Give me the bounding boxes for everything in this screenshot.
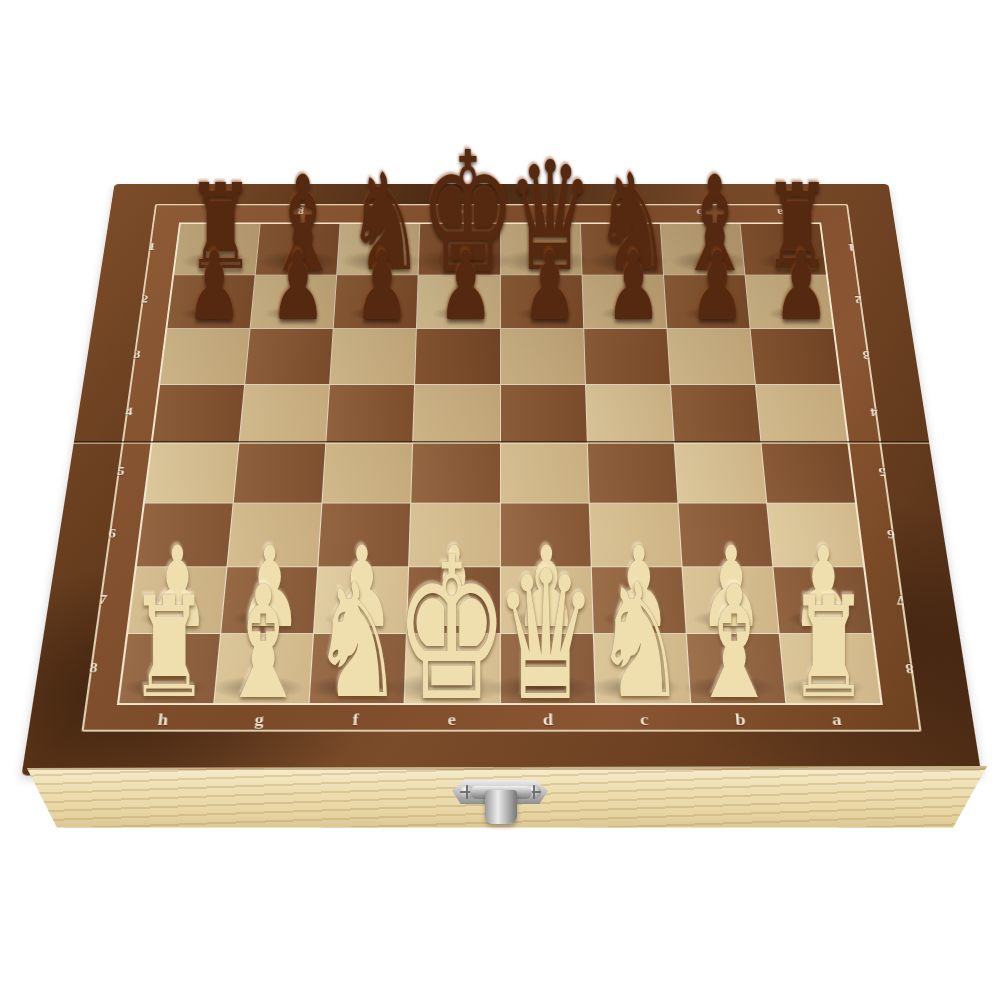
piece-dark-pawn-c2[interactable]: ♟ (606, 239, 662, 335)
square-a4[interactable] (756, 385, 847, 443)
square-c4[interactable] (586, 385, 674, 443)
square-e5[interactable] (412, 443, 500, 503)
square-b4[interactable] (671, 385, 761, 443)
square-d4[interactable] (501, 385, 587, 443)
piece-dark-pawn-f2[interactable]: ♟ (354, 239, 410, 335)
square-g5[interactable] (234, 443, 326, 503)
piece-light-knight-c8[interactable]: ♞ (594, 563, 686, 722)
product-photo-scene: 1122334455667788hhggffeeddccbbaa ♜♝♞♚♛♞♝… (0, 0, 1001, 1001)
square-h5[interactable] (145, 443, 239, 503)
piece-light-rook-a8[interactable]: ♜ (788, 578, 869, 718)
piece-dark-pawn-b2[interactable]: ♟ (690, 239, 746, 335)
piece-light-rook-h8[interactable]: ♜ (129, 578, 210, 718)
piece-dark-pawn-e2[interactable]: ♟ (438, 239, 494, 335)
piece-dark-pawn-d2[interactable]: ♟ (522, 239, 578, 335)
piece-dark-pawn-g2[interactable]: ♟ (270, 239, 326, 335)
piece-light-bishop-g8[interactable]: ♝ (218, 565, 308, 721)
piece-light-queen-d8[interactable]: ♛ (494, 547, 597, 726)
square-h4[interactable] (153, 385, 244, 443)
square-f5[interactable] (323, 443, 413, 503)
square-f4[interactable] (327, 385, 415, 443)
square-a5[interactable] (761, 443, 855, 503)
square-c5[interactable] (587, 443, 677, 503)
clasp-barrel (485, 790, 517, 824)
square-e4[interactable] (414, 385, 500, 443)
piece-light-king-e8[interactable]: ♚ (394, 531, 509, 729)
board-fold-seam (74, 441, 930, 444)
piece-dark-pawn-a2[interactable]: ♟ (773, 239, 829, 335)
square-d5[interactable] (500, 443, 588, 503)
piece-dark-pawn-h2[interactable]: ♟ (187, 239, 243, 335)
piece-light-bishop-b8[interactable]: ♝ (689, 565, 779, 721)
square-g4[interactable] (240, 385, 330, 443)
square-b5[interactable] (674, 443, 766, 503)
piece-light-knight-f8[interactable]: ♞ (312, 563, 404, 722)
